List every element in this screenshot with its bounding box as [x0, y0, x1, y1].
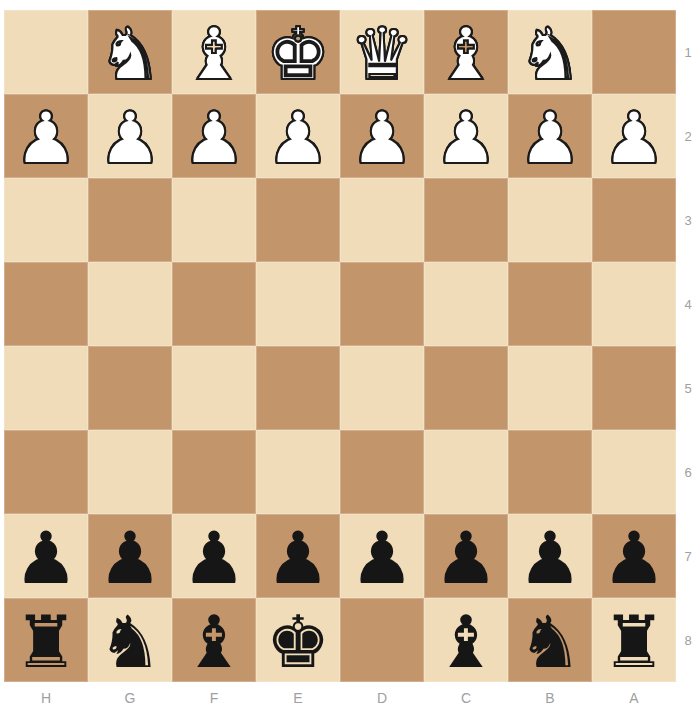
square-d4[interactable]: [340, 262, 424, 346]
chess-board-page: ♞♝♚♛♝♞♟♟♟♟♟♟♟♟♟♟♟♟♟♟♟♟♜♞♝♚♝♞♜ 12345678 H…: [0, 0, 700, 715]
square-e1[interactable]: ♚: [256, 10, 340, 94]
square-d5[interactable]: [340, 346, 424, 430]
black-king[interactable]: ♚: [266, 600, 331, 684]
square-e8[interactable]: ♚: [256, 598, 340, 682]
square-d7[interactable]: ♟: [340, 514, 424, 598]
square-g4[interactable]: [88, 262, 172, 346]
rank-label-6: 6: [678, 430, 698, 514]
square-a2[interactable]: ♟: [592, 94, 676, 178]
square-g7[interactable]: ♟: [88, 514, 172, 598]
square-d6[interactable]: [340, 430, 424, 514]
white-pawn[interactable]: ♟: [14, 96, 79, 180]
square-a4[interactable]: [592, 262, 676, 346]
square-c8[interactable]: ♝: [424, 598, 508, 682]
square-h6[interactable]: [4, 430, 88, 514]
square-f1[interactable]: ♝: [172, 10, 256, 94]
square-b7[interactable]: ♟: [508, 514, 592, 598]
square-g2[interactable]: ♟: [88, 94, 172, 178]
square-c4[interactable]: [424, 262, 508, 346]
file-labels: HGFEDCBA: [4, 687, 676, 709]
rank-label-7: 7: [678, 514, 698, 598]
square-h1[interactable]: [4, 10, 88, 94]
file-label-a: A: [592, 687, 676, 709]
square-a5[interactable]: [592, 346, 676, 430]
white-bishop[interactable]: ♝: [182, 12, 247, 96]
square-c7[interactable]: ♟: [424, 514, 508, 598]
square-e6[interactable]: [256, 430, 340, 514]
square-a6[interactable]: [592, 430, 676, 514]
rank-label-1: 1: [678, 10, 698, 94]
square-e3[interactable]: [256, 178, 340, 262]
square-f8[interactable]: ♝: [172, 598, 256, 682]
square-c3[interactable]: [424, 178, 508, 262]
square-d2[interactable]: ♟: [340, 94, 424, 178]
square-a3[interactable]: [592, 178, 676, 262]
black-knight[interactable]: ♞: [98, 600, 163, 684]
black-pawn[interactable]: ♟: [266, 516, 331, 600]
square-c2[interactable]: ♟: [424, 94, 508, 178]
square-g5[interactable]: [88, 346, 172, 430]
square-b6[interactable]: [508, 430, 592, 514]
square-h7[interactable]: ♟: [4, 514, 88, 598]
square-e5[interactable]: [256, 346, 340, 430]
white-king[interactable]: ♚: [266, 12, 331, 96]
black-pawn[interactable]: ♟: [602, 516, 667, 600]
white-pawn[interactable]: ♟: [182, 96, 247, 180]
square-a7[interactable]: ♟: [592, 514, 676, 598]
black-pawn[interactable]: ♟: [518, 516, 583, 600]
file-label-g: G: [88, 687, 172, 709]
black-knight[interactable]: ♞: [518, 600, 583, 684]
black-pawn[interactable]: ♟: [434, 516, 499, 600]
square-b1[interactable]: ♞: [508, 10, 592, 94]
rank-label-2: 2: [678, 94, 698, 178]
square-f5[interactable]: [172, 346, 256, 430]
white-queen[interactable]: ♛: [350, 12, 415, 96]
square-h3[interactable]: [4, 178, 88, 262]
square-f2[interactable]: ♟: [172, 94, 256, 178]
square-g6[interactable]: [88, 430, 172, 514]
square-f6[interactable]: [172, 430, 256, 514]
file-label-f: F: [172, 687, 256, 709]
file-label-c: C: [424, 687, 508, 709]
black-pawn[interactable]: ♟: [350, 516, 415, 600]
square-c6[interactable]: [424, 430, 508, 514]
white-pawn[interactable]: ♟: [434, 96, 499, 180]
black-pawn[interactable]: ♟: [98, 516, 163, 600]
square-e7[interactable]: ♟: [256, 514, 340, 598]
white-knight[interactable]: ♞: [98, 12, 163, 96]
square-b2[interactable]: ♟: [508, 94, 592, 178]
black-bishop[interactable]: ♝: [434, 600, 499, 684]
white-pawn[interactable]: ♟: [602, 96, 667, 180]
square-g3[interactable]: [88, 178, 172, 262]
square-b5[interactable]: [508, 346, 592, 430]
rank-label-3: 3: [678, 178, 698, 262]
rank-label-8: 8: [678, 598, 698, 682]
rank-label-5: 5: [678, 346, 698, 430]
square-d1[interactable]: ♛: [340, 10, 424, 94]
square-h4[interactable]: [4, 262, 88, 346]
white-pawn[interactable]: ♟: [266, 96, 331, 180]
square-a1[interactable]: [592, 10, 676, 94]
square-b8[interactable]: ♞: [508, 598, 592, 682]
white-knight[interactable]: ♞: [518, 12, 583, 96]
white-pawn[interactable]: ♟: [350, 96, 415, 180]
file-label-b: B: [508, 687, 592, 709]
square-g1[interactable]: ♞: [88, 10, 172, 94]
square-h5[interactable]: [4, 346, 88, 430]
black-pawn[interactable]: ♟: [182, 516, 247, 600]
square-g8[interactable]: ♞: [88, 598, 172, 682]
white-bishop[interactable]: ♝: [434, 12, 499, 96]
square-f3[interactable]: [172, 178, 256, 262]
file-label-h: H: [4, 687, 88, 709]
white-pawn[interactable]: ♟: [518, 96, 583, 180]
square-f4[interactable]: [172, 262, 256, 346]
square-c1[interactable]: ♝: [424, 10, 508, 94]
square-f7[interactable]: ♟: [172, 514, 256, 598]
rank-label-4: 4: [678, 262, 698, 346]
square-h2[interactable]: ♟: [4, 94, 88, 178]
black-bishop[interactable]: ♝: [182, 600, 247, 684]
black-pawn[interactable]: ♟: [14, 516, 79, 600]
square-a8[interactable]: ♜: [592, 598, 676, 682]
square-d8[interactable]: [340, 598, 424, 682]
square-e2[interactable]: ♟: [256, 94, 340, 178]
black-rook[interactable]: ♜: [14, 600, 79, 684]
rank-labels: 12345678: [678, 10, 698, 682]
square-b3[interactable]: [508, 178, 592, 262]
white-pawn[interactable]: ♟: [98, 96, 163, 180]
chess-board: ♞♝♚♛♝♞♟♟♟♟♟♟♟♟♟♟♟♟♟♟♟♟♜♞♝♚♝♞♜: [4, 10, 676, 682]
square-c5[interactable]: [424, 346, 508, 430]
square-h8[interactable]: ♜: [4, 598, 88, 682]
square-b4[interactable]: [508, 262, 592, 346]
square-e4[interactable]: [256, 262, 340, 346]
square-d3[interactable]: [340, 178, 424, 262]
black-rook[interactable]: ♜: [602, 600, 667, 684]
file-label-e: E: [256, 687, 340, 709]
file-label-d: D: [340, 687, 424, 709]
